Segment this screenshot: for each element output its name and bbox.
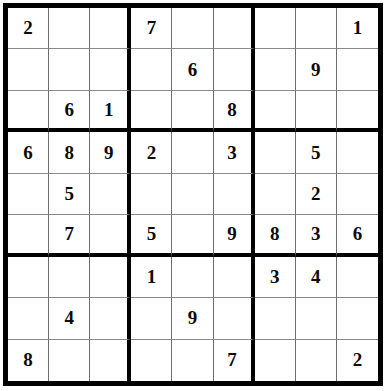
cell-r7c7[interactable]: 3	[255, 257, 296, 298]
cell-r4c5[interactable]	[172, 132, 213, 173]
cell-r6c2[interactable]: 7	[49, 215, 90, 256]
cell-r1c3[interactable]	[90, 8, 131, 49]
cell-r2c9[interactable]	[337, 49, 378, 90]
cell-r7c1[interactable]	[8, 257, 49, 298]
cell-r7c9[interactable]	[337, 257, 378, 298]
cell-r9c8[interactable]	[296, 340, 337, 381]
cell-r4c8[interactable]: 5	[296, 132, 337, 173]
cell-r3c9[interactable]	[337, 91, 378, 132]
cell-r5c8[interactable]: 2	[296, 174, 337, 215]
cell-r1c9[interactable]: 1	[337, 8, 378, 49]
cell-r3c3[interactable]: 1	[90, 91, 131, 132]
cell-r2c1[interactable]	[8, 49, 49, 90]
cell-r2c3[interactable]	[90, 49, 131, 90]
cell-r7c2[interactable]	[49, 257, 90, 298]
cell-r3c4[interactable]	[131, 91, 172, 132]
sudoku-board: 271696186892355275983613449872	[3, 3, 383, 386]
cell-r6c1[interactable]	[8, 215, 49, 256]
cell-r6c7[interactable]: 8	[255, 215, 296, 256]
cell-r8c7[interactable]	[255, 298, 296, 339]
cell-r7c5[interactable]	[172, 257, 213, 298]
cell-r7c6[interactable]	[214, 257, 255, 298]
cell-r8c4[interactable]	[131, 298, 172, 339]
cell-r9c7[interactable]	[255, 340, 296, 381]
cell-r4c6[interactable]: 3	[214, 132, 255, 173]
cell-r9c1[interactable]: 8	[8, 340, 49, 381]
cell-r4c1[interactable]: 6	[8, 132, 49, 173]
cell-r7c4[interactable]: 1	[131, 257, 172, 298]
cell-r9c9[interactable]: 2	[337, 340, 378, 381]
cell-r1c4[interactable]: 7	[131, 8, 172, 49]
cell-r1c6[interactable]	[214, 8, 255, 49]
cell-r8c1[interactable]	[8, 298, 49, 339]
cell-r5c6[interactable]	[214, 174, 255, 215]
cell-r9c3[interactable]	[90, 340, 131, 381]
cell-r6c6[interactable]: 9	[214, 215, 255, 256]
cell-r4c9[interactable]	[337, 132, 378, 173]
cell-r5c9[interactable]	[337, 174, 378, 215]
cell-r2c6[interactable]	[214, 49, 255, 90]
cell-r9c6[interactable]: 7	[214, 340, 255, 381]
cell-r4c7[interactable]	[255, 132, 296, 173]
cell-r4c2[interactable]: 8	[49, 132, 90, 173]
cell-r9c5[interactable]	[172, 340, 213, 381]
cell-r5c2[interactable]: 5	[49, 174, 90, 215]
cell-r3c6[interactable]: 8	[214, 91, 255, 132]
cell-r6c3[interactable]	[90, 215, 131, 256]
cell-r5c5[interactable]	[172, 174, 213, 215]
cell-r8c3[interactable]	[90, 298, 131, 339]
cell-r3c7[interactable]	[255, 91, 296, 132]
cell-r7c8[interactable]: 4	[296, 257, 337, 298]
cell-r5c3[interactable]	[90, 174, 131, 215]
cell-r2c4[interactable]	[131, 49, 172, 90]
cell-r8c2[interactable]: 4	[49, 298, 90, 339]
cell-r1c7[interactable]	[255, 8, 296, 49]
cell-r5c4[interactable]	[131, 174, 172, 215]
cell-r3c1[interactable]	[8, 91, 49, 132]
cell-r1c8[interactable]	[296, 8, 337, 49]
cell-r6c5[interactable]	[172, 215, 213, 256]
cell-r2c2[interactable]	[49, 49, 90, 90]
cell-r2c5[interactable]: 6	[172, 49, 213, 90]
cell-r2c7[interactable]	[255, 49, 296, 90]
cell-r6c9[interactable]: 6	[337, 215, 378, 256]
cell-r8c5[interactable]: 9	[172, 298, 213, 339]
cell-r8c9[interactable]	[337, 298, 378, 339]
cell-r1c2[interactable]	[49, 8, 90, 49]
cell-r4c4[interactable]: 2	[131, 132, 172, 173]
cell-r5c1[interactable]	[8, 174, 49, 215]
cell-r9c2[interactable]	[49, 340, 90, 381]
cell-r3c8[interactable]	[296, 91, 337, 132]
cell-r2c8[interactable]: 9	[296, 49, 337, 90]
cell-r6c8[interactable]: 3	[296, 215, 337, 256]
cell-r3c2[interactable]: 6	[49, 91, 90, 132]
cell-r8c6[interactable]	[214, 298, 255, 339]
cell-r5c7[interactable]	[255, 174, 296, 215]
cell-r3c5[interactable]	[172, 91, 213, 132]
cell-r4c3[interactable]: 9	[90, 132, 131, 173]
sudoku-page: 271696186892355275983613449872	[0, 0, 386, 389]
cell-r8c8[interactable]	[296, 298, 337, 339]
cell-r9c4[interactable]	[131, 340, 172, 381]
cell-r7c3[interactable]	[90, 257, 131, 298]
cell-r6c4[interactable]: 5	[131, 215, 172, 256]
cell-r1c5[interactable]	[172, 8, 213, 49]
cell-r1c1[interactable]: 2	[8, 8, 49, 49]
